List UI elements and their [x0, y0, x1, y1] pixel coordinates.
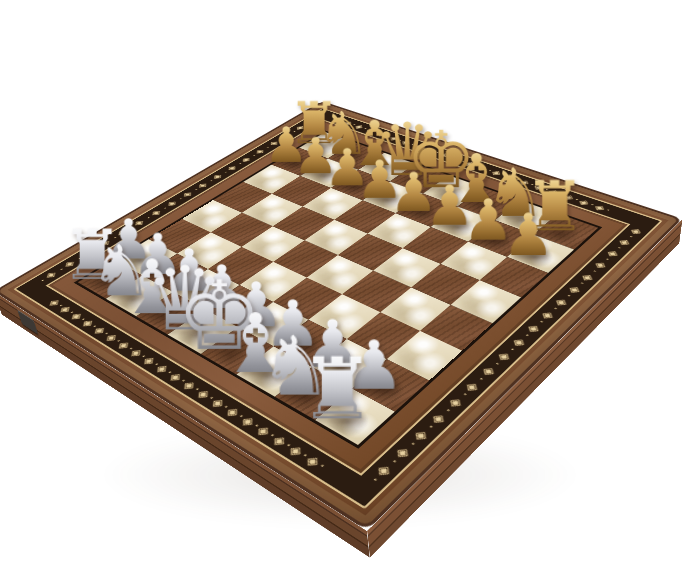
- black-pawn[interactable]: ♟: [481, 206, 575, 264]
- white-rook[interactable]: ♜: [280, 347, 393, 432]
- photo-background: ◈·◈·◈·◈·◈·◈·◈·◈·◈·◈·◈·◈·◈·◈·◈·◈·◈·◈·◈·◈·…: [0, 0, 700, 565]
